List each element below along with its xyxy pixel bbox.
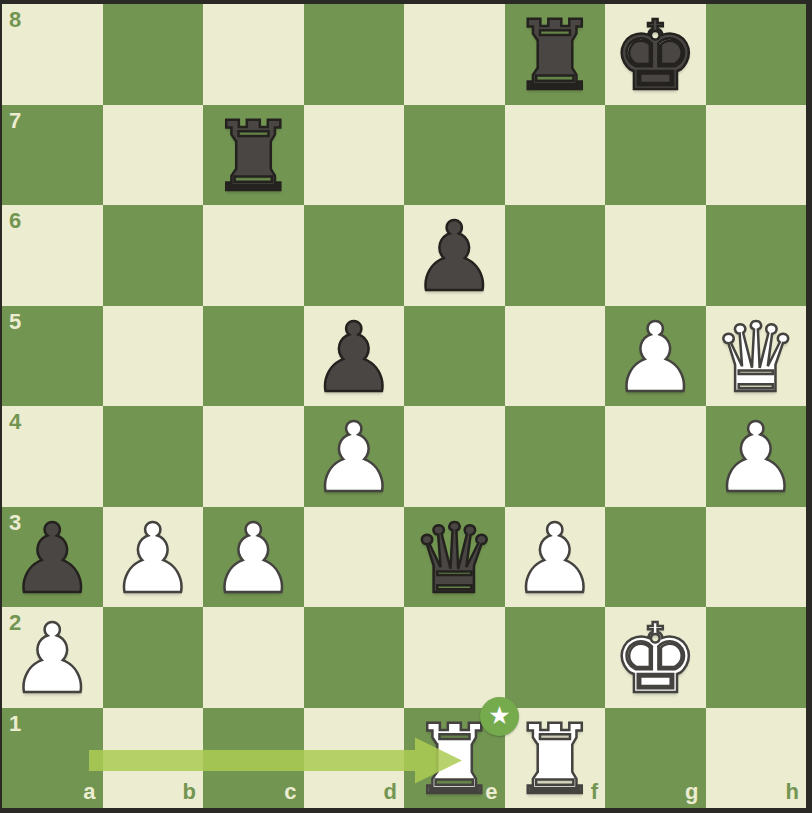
square-f6[interactable] (505, 205, 606, 306)
file-label-d: d (384, 781, 397, 803)
square-c3[interactable]: ♟ (203, 507, 304, 608)
piece-black-pawn[interactable]: ♟ (411, 209, 497, 305)
square-e7[interactable] (404, 105, 505, 206)
square-g2[interactable]: ♚ (605, 607, 706, 708)
piece-black-queen[interactable]: ♛ (411, 511, 497, 607)
square-e8[interactable] (404, 4, 505, 105)
square-d1[interactable]: d (304, 708, 405, 809)
file-label-b: b (183, 781, 196, 803)
square-c8[interactable] (203, 4, 304, 105)
square-e6[interactable]: ♟ (404, 205, 505, 306)
piece-white-queen[interactable]: ♛ (713, 310, 799, 406)
square-d5[interactable]: ♟ (304, 306, 405, 407)
piece-black-pawn[interactable]: ♟ (9, 511, 95, 607)
square-f4[interactable] (505, 406, 606, 507)
piece-white-pawn[interactable]: ♟ (210, 511, 296, 607)
square-c1[interactable]: c (203, 708, 304, 809)
piece-white-rook[interactable]: ♜ (512, 712, 598, 808)
file-label-g: g (685, 781, 698, 803)
piece-black-rook[interactable]: ♜ (210, 109, 296, 205)
square-e5[interactable] (404, 306, 505, 407)
square-d2[interactable] (304, 607, 405, 708)
square-a7[interactable]: 7 (2, 105, 103, 206)
piece-black-rook[interactable]: ♜ (512, 8, 598, 104)
piece-white-pawn[interactable]: ♟ (612, 310, 698, 406)
square-b6[interactable] (103, 205, 204, 306)
square-a2[interactable]: 2♟ (2, 607, 103, 708)
best-move-badge: ★ (480, 697, 519, 736)
square-h5[interactable]: ♛ (706, 306, 807, 407)
square-d4[interactable]: ♟ (304, 406, 405, 507)
square-a1[interactable]: 1a (2, 708, 103, 809)
rank-label-7: 7 (9, 110, 21, 132)
square-f1[interactable]: f♜ (505, 708, 606, 809)
square-d6[interactable] (304, 205, 405, 306)
square-g5[interactable]: ♟ (605, 306, 706, 407)
square-h3[interactable] (706, 507, 807, 608)
square-b3[interactable]: ♟ (103, 507, 204, 608)
square-a4[interactable]: 4 (2, 406, 103, 507)
rank-label-1: 1 (9, 713, 21, 735)
rank-label-4: 4 (9, 411, 21, 433)
square-g8[interactable]: ♚ (605, 4, 706, 105)
piece-white-king[interactable]: ♚ (612, 611, 698, 707)
rank-label-8: 8 (9, 9, 21, 31)
rank-label-5: 5 (9, 311, 21, 333)
piece-white-pawn[interactable]: ♟ (9, 611, 95, 707)
square-e4[interactable] (404, 406, 505, 507)
square-b8[interactable] (103, 4, 204, 105)
square-a8[interactable]: 8 (2, 4, 103, 105)
square-f2[interactable] (505, 607, 606, 708)
square-c6[interactable] (203, 205, 304, 306)
square-d3[interactable] (304, 507, 405, 608)
square-d7[interactable] (304, 105, 405, 206)
square-c4[interactable] (203, 406, 304, 507)
file-label-c: c (284, 781, 296, 803)
square-b5[interactable] (103, 306, 204, 407)
square-e2[interactable] (404, 607, 505, 708)
square-c5[interactable] (203, 306, 304, 407)
square-g4[interactable] (605, 406, 706, 507)
square-f8[interactable]: ♜ (505, 4, 606, 105)
square-b4[interactable] (103, 406, 204, 507)
square-b2[interactable] (103, 607, 204, 708)
square-f3[interactable]: ♟ (505, 507, 606, 608)
square-e3[interactable]: ♛ (404, 507, 505, 608)
square-b7[interactable] (103, 105, 204, 206)
square-h8[interactable] (706, 4, 807, 105)
square-a5[interactable]: 5 (2, 306, 103, 407)
square-g6[interactable] (605, 205, 706, 306)
piece-black-king[interactable]: ♚ (612, 8, 698, 104)
square-c7[interactable]: ♜ (203, 105, 304, 206)
rank-label-6: 6 (9, 210, 21, 232)
square-c2[interactable] (203, 607, 304, 708)
square-b1[interactable]: b (103, 708, 204, 809)
square-g7[interactable] (605, 105, 706, 206)
piece-black-pawn[interactable]: ♟ (311, 310, 397, 406)
piece-white-pawn[interactable]: ♟ (110, 511, 196, 607)
square-f5[interactable] (505, 306, 606, 407)
square-h7[interactable] (706, 105, 807, 206)
file-label-h: h (786, 781, 799, 803)
square-a3[interactable]: 3♟ (2, 507, 103, 608)
square-h4[interactable]: ♟ (706, 406, 807, 507)
square-h6[interactable] (706, 205, 807, 306)
square-g3[interactable] (605, 507, 706, 608)
piece-white-pawn[interactable]: ♟ (512, 511, 598, 607)
file-label-a: a (83, 781, 95, 803)
square-h1[interactable]: h (706, 708, 807, 809)
square-f7[interactable] (505, 105, 606, 206)
square-g1[interactable]: g (605, 708, 706, 809)
square-h2[interactable] (706, 607, 807, 708)
square-d8[interactable] (304, 4, 405, 105)
square-a6[interactable]: 6 (2, 205, 103, 306)
chess-board: 8♜♚7♜6♟5♟♟♛4♟♟3♟♟♟♛♟2♟♚1abcde♜f♜gh (2, 4, 806, 808)
piece-white-pawn[interactable]: ♟ (713, 410, 799, 506)
piece-white-pawn[interactable]: ♟ (311, 410, 397, 506)
star-icon: ★ (488, 703, 510, 728)
